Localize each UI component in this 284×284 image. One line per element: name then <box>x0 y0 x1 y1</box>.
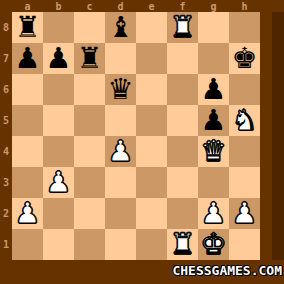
square-d7 <box>105 43 136 74</box>
square-b7: ♟ <box>43 43 74 74</box>
square-e8 <box>136 12 167 43</box>
square-g6: ♟ <box>198 74 229 105</box>
square-h5: ♞ <box>229 105 260 136</box>
square-f6 <box>167 74 198 105</box>
white-pawn-d4: ♟ <box>105 136 136 167</box>
square-g1: ♚ <box>198 229 229 260</box>
rank-label-1: 1 <box>0 229 12 260</box>
file-label-g: g <box>198 1 229 12</box>
square-c3 <box>74 167 105 198</box>
white-pawn-a2: ♟ <box>12 198 43 229</box>
square-h2: ♟ <box>229 198 260 229</box>
rank-label-2: 2 <box>0 198 12 229</box>
file-label-c: c <box>74 1 105 12</box>
square-b3: ♟ <box>43 167 74 198</box>
rank-label-4: 4 <box>0 136 12 167</box>
black-king-h7: ♚ <box>229 43 260 74</box>
square-d1 <box>105 229 136 260</box>
square-h3 <box>229 167 260 198</box>
black-rook-a8: ♜ <box>12 12 43 43</box>
square-a1 <box>12 229 43 260</box>
square-e7 <box>136 43 167 74</box>
square-h6 <box>229 74 260 105</box>
square-c6 <box>74 74 105 105</box>
square-g2: ♟ <box>198 198 229 229</box>
square-c7: ♜ <box>74 43 105 74</box>
file-label-h: h <box>229 1 260 12</box>
square-f2 <box>167 198 198 229</box>
square-b2 <box>43 198 74 229</box>
square-h1 <box>229 229 260 260</box>
chess-board: ♜♝♜♟♟♜♚♛♟♟♞♟♛♟♟♟♟♜♚ <box>12 12 260 260</box>
square-f1: ♜ <box>167 229 198 260</box>
square-b5 <box>43 105 74 136</box>
square-f8: ♜ <box>167 12 198 43</box>
black-pawn-a7: ♟ <box>12 43 43 74</box>
square-g8 <box>198 12 229 43</box>
square-e3 <box>136 167 167 198</box>
black-pawn-b7: ♟ <box>43 43 74 74</box>
square-e4 <box>136 136 167 167</box>
square-c5 <box>74 105 105 136</box>
file-label-e: e <box>136 1 167 12</box>
square-f3 <box>167 167 198 198</box>
square-a5 <box>12 105 43 136</box>
square-d8: ♝ <box>105 12 136 43</box>
square-g7 <box>198 43 229 74</box>
rank-label-8: 8 <box>0 12 12 43</box>
black-pawn-g5: ♟ <box>198 105 229 136</box>
square-g5: ♟ <box>198 105 229 136</box>
square-a3 <box>12 167 43 198</box>
square-d3 <box>105 167 136 198</box>
square-e5 <box>136 105 167 136</box>
white-queen-g4: ♛ <box>198 136 229 167</box>
white-rook-f8: ♜ <box>167 12 198 43</box>
square-c4 <box>74 136 105 167</box>
square-c1 <box>74 229 105 260</box>
site-watermark: CHESSGAMES.COM <box>172 263 282 283</box>
square-f4 <box>167 136 198 167</box>
square-c2 <box>74 198 105 229</box>
white-pawn-b3: ♟ <box>43 167 74 198</box>
square-e6 <box>136 74 167 105</box>
square-e1 <box>136 229 167 260</box>
square-a8: ♜ <box>12 12 43 43</box>
black-pawn-g6: ♟ <box>198 74 229 105</box>
square-f5 <box>167 105 198 136</box>
square-d5 <box>105 105 136 136</box>
square-d6: ♛ <box>105 74 136 105</box>
square-c8 <box>74 12 105 43</box>
square-h4 <box>229 136 260 167</box>
square-b6 <box>43 74 74 105</box>
chess-diagram: abcdefgh 87654321 ♜♝♜♟♟♜♚♛♟♟♞♟♛♟♟♟♟♜♚ CH… <box>0 0 284 284</box>
rank-label-3: 3 <box>0 167 12 198</box>
square-f7 <box>167 43 198 74</box>
rank-label-7: 7 <box>0 43 12 74</box>
black-rook-c7: ♜ <box>74 43 105 74</box>
square-e2 <box>136 198 167 229</box>
square-g4: ♛ <box>198 136 229 167</box>
square-a6 <box>12 74 43 105</box>
rank-label-5: 5 <box>0 105 12 136</box>
black-queen-d6: ♛ <box>105 74 136 105</box>
white-rook-f1: ♜ <box>167 229 198 260</box>
square-b1 <box>43 229 74 260</box>
square-b4 <box>43 136 74 167</box>
black-bishop-d8: ♝ <box>105 12 136 43</box>
white-pawn-g2: ♟ <box>198 198 229 229</box>
file-label-b: b <box>43 1 74 12</box>
white-king-g1: ♚ <box>198 229 229 260</box>
square-d4: ♟ <box>105 136 136 167</box>
square-a7: ♟ <box>12 43 43 74</box>
square-b8 <box>43 12 74 43</box>
white-pawn-h2: ♟ <box>229 198 260 229</box>
square-d2 <box>105 198 136 229</box>
square-h8 <box>229 12 260 43</box>
rank-label-6: 6 <box>0 74 12 105</box>
square-g3 <box>198 167 229 198</box>
square-h7: ♚ <box>229 43 260 74</box>
board-border-shadow <box>272 12 284 260</box>
square-a4 <box>12 136 43 167</box>
white-knight-h5: ♞ <box>229 105 260 136</box>
square-a2: ♟ <box>12 198 43 229</box>
